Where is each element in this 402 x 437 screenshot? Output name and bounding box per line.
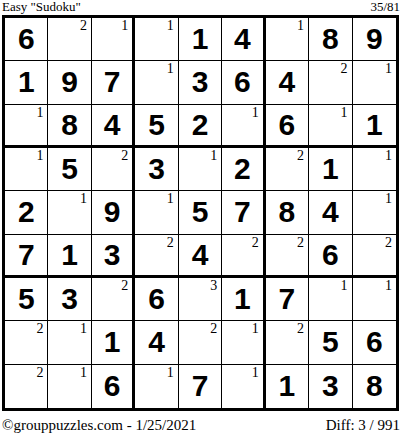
given-digit: 3 (61, 284, 78, 314)
given-digit: 6 (366, 327, 383, 357)
cell-r7c5[interactable]: 3 (179, 278, 222, 321)
cell-r3c7[interactable]: 6 (266, 105, 309, 148)
cell-r6c9[interactable]: 2 (353, 235, 396, 278)
cell-r6c4[interactable]: 2 (135, 235, 178, 278)
cell-r1c1[interactable]: 6 (5, 18, 48, 61)
cell-r8c6[interactable]: 1 (222, 321, 265, 364)
given-digit: 7 (279, 284, 296, 314)
given-digit: 5 (61, 154, 78, 184)
pencil-mark: 1 (80, 322, 87, 336)
cell-r3c8[interactable]: 1 (309, 105, 352, 148)
cell-r2c7[interactable]: 4 (266, 61, 309, 104)
cell-r3c1[interactable]: 1 (5, 105, 48, 148)
cell-r2c5[interactable]: 3 (179, 61, 222, 104)
cell-r4c8[interactable]: 1 (309, 148, 352, 191)
cell-r3c9[interactable]: 1 (353, 105, 396, 148)
cell-r7c6[interactable]: 1 (222, 278, 265, 321)
cell-r6c2[interactable]: 1 (48, 235, 91, 278)
pencil-mark: 1 (385, 192, 392, 206)
cell-r6c5[interactable]: 4 (179, 235, 222, 278)
puzzle-title: Easy "Sudoku" (2, 0, 81, 14)
cell-r7c9[interactable]: 1 (353, 278, 396, 321)
cell-r4c9[interactable]: 1 (353, 148, 396, 191)
pencil-mark: 1 (167, 366, 174, 380)
given-digit: 9 (366, 24, 383, 54)
given-digit: 7 (104, 67, 121, 97)
given-digit: 6 (234, 67, 251, 97)
cell-r7c3[interactable]: 2 (92, 278, 135, 321)
cell-r4c1[interactable]: 1 (5, 148, 48, 191)
cell-r7c7[interactable]: 7 (266, 278, 309, 321)
cell-r1c5[interactable]: 1 (179, 18, 222, 61)
cell-r9c2[interactable]: 1 (48, 365, 91, 408)
cell-r2c8[interactable]: 2 (309, 61, 352, 104)
given-digit: 6 (148, 284, 165, 314)
cell-r9c9[interactable]: 8 (353, 365, 396, 408)
cell-r8c1[interactable]: 2 (5, 321, 48, 364)
cell-r2c3[interactable]: 7 (92, 61, 135, 104)
cell-r6c3[interactable]: 3 (92, 235, 135, 278)
cell-r2c1[interactable]: 1 (5, 61, 48, 104)
cell-r1c4[interactable]: 1 (135, 18, 178, 61)
pencil-mark: 1 (80, 366, 87, 380)
cell-r5c5[interactable]: 5 (179, 191, 222, 234)
cell-r4c3[interactable]: 2 (92, 148, 135, 191)
cell-r9c8[interactable]: 3 (309, 365, 352, 408)
given-digit: 1 (18, 67, 35, 97)
cell-r3c5[interactable]: 2 (179, 105, 222, 148)
pencil-mark: 2 (341, 62, 348, 76)
pencil-mark: 2 (36, 366, 43, 380)
cell-r3c4[interactable]: 5 (135, 105, 178, 148)
cell-r8c3[interactable]: 1 (92, 321, 135, 364)
pencil-mark: 1 (210, 149, 217, 163)
sudoku-page: Easy "Sudoku" 35/81 62111418919713642118… (0, 0, 402, 437)
pencil-mark: 3 (210, 279, 217, 293)
cell-r2c6[interactable]: 6 (222, 61, 265, 104)
cell-r9c4[interactable]: 1 (135, 365, 178, 408)
cell-counter: 35/81 (370, 0, 400, 14)
given-digit: 6 (104, 371, 121, 401)
given-digit: 3 (148, 154, 165, 184)
pencil-mark: 2 (385, 236, 392, 250)
pencil-mark: 2 (121, 279, 128, 293)
cell-r8c4[interactable]: 4 (135, 321, 178, 364)
cell-r6c1[interactable]: 7 (5, 235, 48, 278)
cell-r1c6[interactable]: 4 (222, 18, 265, 61)
given-digit: 1 (104, 327, 121, 357)
given-digit: 2 (192, 110, 209, 140)
footer: ©grouppuzzles.com - 1/25/2021 Diff: 3 / … (2, 417, 400, 433)
pencil-mark: 1 (385, 279, 392, 293)
given-digit: 5 (18, 284, 35, 314)
given-digit: 9 (61, 67, 78, 97)
cell-r8c7[interactable]: 2 (266, 321, 309, 364)
given-digit: 1 (366, 110, 383, 140)
pencil-mark: 2 (121, 149, 128, 163)
pencil-mark: 2 (80, 19, 87, 33)
cell-r2c9[interactable]: 1 (353, 61, 396, 104)
pencil-mark: 1 (167, 62, 174, 76)
given-digit: 7 (192, 371, 209, 401)
cell-r5c8[interactable]: 4 (309, 191, 352, 234)
cell-r5c3[interactable]: 9 (92, 191, 135, 234)
cell-r6c7[interactable]: 2 (266, 235, 309, 278)
pencil-mark: 2 (210, 322, 217, 336)
given-digit: 8 (322, 24, 339, 54)
cell-r1c9[interactable]: 9 (353, 18, 396, 61)
given-digit: 7 (18, 240, 35, 270)
cell-r5c2[interactable]: 1 (48, 191, 91, 234)
cell-r7c1[interactable]: 5 (5, 278, 48, 321)
given-digit: 3 (192, 67, 209, 97)
given-digit: 4 (192, 240, 209, 270)
given-digit: 4 (279, 67, 296, 97)
given-digit: 1 (192, 24, 209, 54)
given-digit: 8 (279, 197, 296, 227)
cell-r8c2[interactable]: 1 (48, 321, 91, 364)
given-digit: 7 (234, 197, 251, 227)
pencil-mark: 1 (167, 192, 174, 206)
cell-r7c8[interactable]: 1 (309, 278, 352, 321)
given-digit: 5 (322, 327, 339, 357)
cell-r4c4[interactable]: 3 (135, 148, 178, 191)
cell-r8c9[interactable]: 6 (353, 321, 396, 364)
header: Easy "Sudoku" 35/81 (2, 0, 400, 14)
pencil-mark: 2 (297, 322, 304, 336)
cell-r4c5[interactable]: 1 (179, 148, 222, 191)
pencil-mark: 1 (36, 106, 43, 120)
pencil-mark: 1 (341, 106, 348, 120)
given-digit: 5 (148, 110, 165, 140)
cell-r5c1[interactable]: 2 (5, 191, 48, 234)
given-digit: 2 (18, 197, 35, 227)
cell-r4c6[interactable]: 2 (222, 148, 265, 191)
cell-r3c3[interactable]: 4 (92, 105, 135, 148)
cell-r5c6[interactable]: 7 (222, 191, 265, 234)
copyright-date: ©grouppuzzles.com - 1/25/2021 (2, 417, 196, 433)
given-digit: 2 (234, 154, 251, 184)
given-digit: 8 (366, 371, 383, 401)
cell-r1c2[interactable]: 2 (48, 18, 91, 61)
cell-r9c3[interactable]: 6 (92, 365, 135, 408)
given-digit: 6 (18, 24, 35, 54)
given-digit: 4 (322, 197, 339, 227)
cell-r9c5[interactable]: 7 (179, 365, 222, 408)
pencil-mark: 1 (252, 322, 259, 336)
given-digit: 6 (322, 240, 339, 270)
cell-r5c7[interactable]: 8 (266, 191, 309, 234)
cell-r8c8[interactable]: 5 (309, 321, 352, 364)
pencil-mark: 2 (297, 149, 304, 163)
cell-r1c3[interactable]: 1 (92, 18, 135, 61)
given-digit: 3 (322, 371, 339, 401)
given-digit: 8 (61, 110, 78, 140)
given-digit: 1 (234, 284, 251, 314)
cell-r1c7[interactable]: 1 (266, 18, 309, 61)
cell-r9c1[interactable]: 2 (5, 365, 48, 408)
given-digit: 4 (234, 24, 251, 54)
pencil-mark: 1 (80, 192, 87, 206)
given-digit: 4 (104, 110, 121, 140)
given-digit: 1 (61, 240, 78, 270)
pencil-mark: 2 (297, 236, 304, 250)
given-digit: 5 (192, 197, 209, 227)
given-digit: 1 (279, 371, 296, 401)
pencil-mark: 1 (252, 106, 259, 120)
difficulty: Diff: 3 / 991 (326, 417, 400, 433)
pencil-mark: 1 (167, 19, 174, 33)
cell-r2c2[interactable]: 9 (48, 61, 91, 104)
cell-r5c9[interactable]: 1 (353, 191, 396, 234)
cell-r7c2[interactable]: 3 (48, 278, 91, 321)
pencil-mark: 2 (167, 236, 174, 250)
pencil-mark: 1 (341, 279, 348, 293)
cell-r1c8[interactable]: 8 (309, 18, 352, 61)
cell-r8c5[interactable]: 2 (179, 321, 222, 364)
cell-r6c8[interactable]: 6 (309, 235, 352, 278)
given-digit: 6 (279, 110, 296, 140)
pencil-mark: 2 (36, 322, 43, 336)
cell-r9c7[interactable]: 1 (266, 365, 309, 408)
given-digit: 3 (104, 240, 121, 270)
cell-r4c7[interactable]: 2 (266, 148, 309, 191)
pencil-mark: 1 (297, 19, 304, 33)
cell-r7c4[interactable]: 6 (135, 278, 178, 321)
given-digit: 4 (148, 327, 165, 357)
pencil-mark: 1 (385, 149, 392, 163)
pencil-mark: 1 (36, 149, 43, 163)
cell-r9c6[interactable]: 1 (222, 365, 265, 408)
cell-r2c4[interactable]: 1 (135, 61, 178, 104)
pencil-mark: 1 (385, 62, 392, 76)
cell-r5c4[interactable]: 1 (135, 191, 178, 234)
cell-r3c6[interactable]: 1 (222, 105, 265, 148)
cell-r6c6[interactable]: 2 (222, 235, 265, 278)
given-digit: 1 (322, 154, 339, 184)
pencil-mark: 2 (252, 236, 259, 250)
given-digit: 9 (104, 197, 121, 227)
sudoku-board: 6211141891971364211845216111523122112191… (2, 15, 399, 411)
cell-r4c2[interactable]: 5 (48, 148, 91, 191)
cell-r3c2[interactable]: 8 (48, 105, 91, 148)
pencil-mark: 1 (252, 366, 259, 380)
pencil-mark: 1 (121, 19, 128, 33)
